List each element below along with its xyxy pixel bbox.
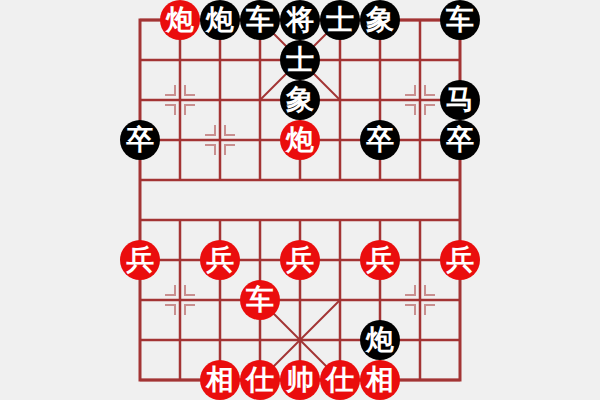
intersection-8-1[interactable] (440, 40, 480, 80)
intersection-0-0[interactable] (120, 0, 160, 40)
intersection-5-1[interactable] (320, 40, 360, 80)
intersection-2-2[interactable] (200, 80, 240, 120)
intersection-4-0[interactable]: 将 (280, 0, 320, 40)
intersection-6-9[interactable]: 相 (360, 360, 400, 400)
intersection-3-8[interactable] (240, 320, 280, 360)
intersection-1-2[interactable] (160, 80, 200, 120)
piece-red-chariot[interactable]: 车 (240, 280, 280, 320)
intersection-0-9[interactable] (120, 360, 160, 400)
intersection-3-0[interactable]: 车 (240, 0, 280, 40)
intersection-0-6[interactable]: 兵 (120, 240, 160, 280)
piece-black-horse[interactable]: 马 (440, 80, 480, 120)
intersection-5-8[interactable] (320, 320, 360, 360)
piece-red-cannon[interactable]: 炮 (280, 120, 320, 160)
piece-black-elephant[interactable]: 象 (360, 0, 400, 40)
intersection-7-2[interactable] (400, 80, 440, 120)
piece-black-advisor[interactable]: 士 (280, 40, 320, 80)
intersection-8-6[interactable]: 兵 (440, 240, 480, 280)
intersection-4-7[interactable] (280, 280, 320, 320)
intersection-6-8[interactable]: 炮 (360, 320, 400, 360)
intersection-0-7[interactable] (120, 280, 160, 320)
piece-red-pawn[interactable]: 兵 (440, 240, 480, 280)
intersection-2-5[interactable] (200, 200, 240, 240)
piece-black-pawn[interactable]: 卒 (360, 120, 400, 160)
piece-black-general[interactable]: 将 (280, 0, 320, 40)
intersection-6-0[interactable]: 象 (360, 0, 400, 40)
intersection-5-9[interactable]: 仕 (320, 360, 360, 400)
piece-black-pawn[interactable]: 卒 (440, 120, 480, 160)
piece-black-elephant[interactable]: 象 (280, 80, 320, 120)
intersection-8-7[interactable] (440, 280, 480, 320)
intersection-4-4[interactable] (280, 160, 320, 200)
intersection-4-1[interactable]: 士 (280, 40, 320, 80)
intersection-8-4[interactable] (440, 160, 480, 200)
piece-red-advisor[interactable]: 仕 (320, 360, 360, 400)
piece-red-elephant[interactable]: 相 (200, 360, 240, 400)
piece-red-pawn[interactable]: 兵 (200, 240, 240, 280)
piece-black-pawn[interactable]: 卒 (120, 120, 160, 160)
intersection-6-2[interactable] (360, 80, 400, 120)
intersection-5-0[interactable]: 士 (320, 0, 360, 40)
intersection-0-4[interactable] (120, 160, 160, 200)
piece-black-cannon[interactable]: 炮 (200, 0, 240, 40)
piece-red-elephant[interactable]: 相 (360, 360, 400, 400)
intersection-2-8[interactable] (200, 320, 240, 360)
intersection-7-3[interactable] (400, 120, 440, 160)
intersection-3-4[interactable] (240, 160, 280, 200)
intersection-3-9[interactable]: 仕 (240, 360, 280, 400)
intersection-8-0[interactable]: 车 (440, 0, 480, 40)
intersection-8-2[interactable]: 马 (440, 80, 480, 120)
piece-red-advisor[interactable]: 仕 (240, 360, 280, 400)
xiangqi-board: 炮炮车将士象车士象马卒炮卒卒兵兵兵兵兵车炮相仕帅仕相 (0, 0, 600, 400)
intersection-1-3[interactable] (160, 120, 200, 160)
intersection-1-6[interactable] (160, 240, 200, 280)
intersection-1-1[interactable] (160, 40, 200, 80)
intersection-6-3[interactable]: 卒 (360, 120, 400, 160)
intersection-5-5[interactable] (320, 200, 360, 240)
intersection-1-8[interactable] (160, 320, 200, 360)
intersection-7-0[interactable] (400, 0, 440, 40)
intersection-4-3[interactable]: 炮 (280, 120, 320, 160)
intersection-8-9[interactable] (440, 360, 480, 400)
intersection-0-1[interactable] (120, 40, 160, 80)
intersection-3-6[interactable] (240, 240, 280, 280)
intersection-6-7[interactable] (360, 280, 400, 320)
intersection-5-4[interactable] (320, 160, 360, 200)
intersection-6-4[interactable] (360, 160, 400, 200)
intersection-2-1[interactable] (200, 40, 240, 80)
intersection-3-7[interactable]: 车 (240, 280, 280, 320)
intersection-2-4[interactable] (200, 160, 240, 200)
intersection-1-7[interactable] (160, 280, 200, 320)
intersection-4-2[interactable]: 象 (280, 80, 320, 120)
piece-black-advisor[interactable]: 士 (320, 0, 360, 40)
intersection-7-5[interactable] (400, 200, 440, 240)
intersection-3-1[interactable] (240, 40, 280, 80)
intersection-8-8[interactable] (440, 320, 480, 360)
intersection-1-0[interactable]: 炮 (160, 0, 200, 40)
intersection-4-6[interactable]: 兵 (280, 240, 320, 280)
intersection-2-7[interactable] (200, 280, 240, 320)
intersection-7-4[interactable] (400, 160, 440, 200)
piece-red-cannon[interactable]: 炮 (160, 0, 200, 40)
intersection-1-5[interactable] (160, 200, 200, 240)
intersection-2-3[interactable] (200, 120, 240, 160)
intersection-3-2[interactable] (240, 80, 280, 120)
intersection-6-6[interactable]: 兵 (360, 240, 400, 280)
intersection-4-5[interactable] (280, 200, 320, 240)
intersection-0-3[interactable]: 卒 (120, 120, 160, 160)
intersection-7-6[interactable] (400, 240, 440, 280)
piece-red-pawn[interactable]: 兵 (120, 240, 160, 280)
intersection-3-3[interactable] (240, 120, 280, 160)
intersection-6-5[interactable] (360, 200, 400, 240)
intersection-0-8[interactable] (120, 320, 160, 360)
intersection-0-5[interactable] (120, 200, 160, 240)
piece-red-pawn[interactable]: 兵 (360, 240, 400, 280)
intersection-1-9[interactable] (160, 360, 200, 400)
piece-black-chariot[interactable]: 车 (440, 0, 480, 40)
intersection-8-3[interactable]: 卒 (440, 120, 480, 160)
intersection-7-1[interactable] (400, 40, 440, 80)
board-intersections: 炮炮车将士象车士象马卒炮卒卒兵兵兵兵兵车炮相仕帅仕相 (120, 0, 480, 400)
intersection-4-9[interactable]: 帅 (280, 360, 320, 400)
intersection-4-8[interactable] (280, 320, 320, 360)
intersection-2-0[interactable]: 炮 (200, 0, 240, 40)
intersection-7-9[interactable] (400, 360, 440, 400)
piece-red-pawn[interactable]: 兵 (280, 240, 320, 280)
intersection-7-8[interactable] (400, 320, 440, 360)
intersection-6-1[interactable] (360, 40, 400, 80)
intersection-5-2[interactable] (320, 80, 360, 120)
intersection-0-2[interactable] (120, 80, 160, 120)
piece-black-chariot[interactable]: 车 (240, 0, 280, 40)
intersection-5-7[interactable] (320, 280, 360, 320)
intersection-1-4[interactable] (160, 160, 200, 200)
piece-red-general[interactable]: 帅 (280, 360, 320, 400)
intersection-2-9[interactable]: 相 (200, 360, 240, 400)
intersection-5-3[interactable] (320, 120, 360, 160)
intersection-2-6[interactable]: 兵 (200, 240, 240, 280)
piece-black-cannon[interactable]: 炮 (360, 320, 400, 360)
intersection-8-5[interactable] (440, 200, 480, 240)
intersection-5-6[interactable] (320, 240, 360, 280)
intersection-3-5[interactable] (240, 200, 280, 240)
intersection-7-7[interactable] (400, 280, 440, 320)
